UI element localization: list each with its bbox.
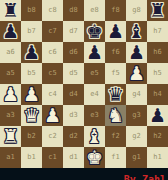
square-label: g3 [132,105,140,126]
square-e8[interactable]: e8 [84,0,105,21]
square-label: f1 [111,147,119,168]
white-rook[interactable]: ♜ [2,126,19,147]
square-c1[interactable]: c1 [42,147,63,168]
square-label: d3 [69,105,77,126]
credit-text: By Zahl [124,174,168,180]
square-h3[interactable]: ♟ [147,105,168,126]
square-label: g4 [132,84,140,105]
square-label: h7 [153,21,161,42]
square-e2[interactable]: ♝ [84,126,105,147]
square-d6[interactable]: d6 [63,42,84,63]
square-label: b2 [27,126,35,147]
square-d1[interactable]: d1 [63,147,84,168]
square-label: c1 [48,147,56,168]
square-label: h1 [153,147,161,168]
square-label: e8 [90,0,98,21]
square-g2[interactable]: g2 [126,126,147,147]
black-king[interactable]: ♚ [86,21,103,42]
square-label: b5 [27,63,35,84]
square-d2[interactable]: d2 [63,126,84,147]
square-label: g2 [132,126,140,147]
square-h5[interactable]: h5 [147,63,168,84]
square-label: d4 [69,84,77,105]
square-d3[interactable]: d3 [63,105,84,126]
black-pawn[interactable]: ♟ [107,21,124,42]
square-d7[interactable]: d7 [63,21,84,42]
black-pawn[interactable]: ♟ [2,21,19,42]
square-a5[interactable]: a5 [0,63,21,84]
white-king[interactable]: ♚ [86,147,103,168]
square-d8[interactable]: d8 [63,0,84,21]
square-g7[interactable]: ♝ [126,21,147,42]
square-label: d1 [69,147,77,168]
square-c7[interactable]: c7 [42,21,63,42]
square-label: g8 [132,0,140,21]
square-e4[interactable]: e4 [84,84,105,105]
white-pawn[interactable]: ♟ [2,84,19,105]
square-a6[interactable]: a6 [0,42,21,63]
square-a4[interactable]: ♟ [0,84,21,105]
black-queen[interactable]: ♛ [107,84,124,105]
square-label: g1 [132,147,140,168]
square-a7[interactable]: ♟ [0,21,21,42]
square-label: e5 [90,63,98,84]
black-pawn[interactable]: ♟ [128,42,145,63]
square-label: b1 [27,147,35,168]
square-b2[interactable]: b2 [21,126,42,147]
square-h4[interactable]: h4 [147,84,168,105]
square-f6[interactable]: f6 [105,42,126,63]
square-label: c5 [48,63,56,84]
white-bishop[interactable]: ♝ [86,126,103,147]
square-c6[interactable]: c6 [42,42,63,63]
square-c5[interactable]: c5 [42,63,63,84]
square-e1[interactable]: ♚ [84,147,105,168]
black-rook[interactable]: ♜ [2,0,19,21]
square-c8[interactable]: c8 [42,0,63,21]
square-g1[interactable]: g1 [126,147,147,168]
black-rook[interactable]: ♜ [149,0,166,21]
square-b6[interactable]: ♟ [21,42,42,63]
square-b8[interactable]: b8 [21,0,42,21]
square-g8[interactable]: g8 [126,0,147,21]
square-b5[interactable]: b5 [21,63,42,84]
credit-bar: By Zahl [0,168,168,180]
white-knight[interactable]: ♞ [107,105,124,126]
square-f3[interactable]: ♞ [105,105,126,126]
square-f8[interactable]: f8 [105,0,126,21]
square-label: a1 [6,147,14,168]
square-d5[interactable]: d5 [63,63,84,84]
black-pawn[interactable]: ♟ [149,105,166,126]
square-label: c7 [48,21,56,42]
square-f2[interactable]: f2 [105,126,126,147]
square-label: h4 [153,84,161,105]
square-b7[interactable]: b7 [21,21,42,42]
square-label: b8 [27,0,35,21]
square-c3[interactable]: ♟ [42,105,63,126]
square-label: d2 [69,126,77,147]
square-g6[interactable]: ♟ [126,42,147,63]
square-label: a5 [6,63,14,84]
square-label: c4 [48,84,56,105]
square-h8[interactable]: ♜ [147,0,168,21]
white-pawn[interactable]: ♟ [44,105,61,126]
square-label: f8 [111,0,119,21]
square-h7[interactable]: h7 [147,21,168,42]
square-label: c2 [48,126,56,147]
white-pawn[interactable]: ♟ [128,63,145,84]
square-label: h2 [153,126,161,147]
square-h2[interactable]: h2 [147,126,168,147]
square-label: d5 [69,63,77,84]
square-label: e3 [90,105,98,126]
square-label: d8 [69,0,77,21]
square-c4[interactable]: c4 [42,84,63,105]
square-a2[interactable]: ♜ [0,126,21,147]
square-e7[interactable]: ♚ [84,21,105,42]
black-bishop[interactable]: ♝ [128,21,145,42]
black-pawn[interactable]: ♟ [23,42,40,63]
white-pawn[interactable]: ♟ [23,84,40,105]
square-e5[interactable]: e5 [84,63,105,84]
square-label: f6 [111,42,119,63]
square-h6[interactable]: h6 [147,42,168,63]
square-e6[interactable]: ♟ [84,42,105,63]
square-d4[interactable]: d4 [63,84,84,105]
square-g3[interactable]: g3 [126,105,147,126]
square-b3[interactable]: ♛ [21,105,42,126]
square-e3[interactable]: e3 [84,105,105,126]
square-label: f5 [111,63,119,84]
square-g5[interactable]: ♟ [126,63,147,84]
square-label: d6 [69,42,77,63]
square-a3[interactable]: a3 [0,105,21,126]
square-a8[interactable]: ♜ [0,0,21,21]
square-c2[interactable]: c2 [42,126,63,147]
square-label: a3 [6,105,14,126]
square-f5[interactable]: f5 [105,63,126,84]
square-label: e4 [90,84,98,105]
square-label: c6 [48,42,56,63]
square-f1[interactable]: f1 [105,147,126,168]
white-queen[interactable]: ♛ [23,105,40,126]
square-f4[interactable]: ♛ [105,84,126,105]
square-label: h6 [153,42,161,63]
square-label: d7 [69,21,77,42]
square-b4[interactable]: ♟ [21,84,42,105]
square-label: f2 [111,126,119,147]
square-label: c8 [48,0,56,21]
square-b1[interactable]: b1 [21,147,42,168]
square-f7[interactable]: ♟ [105,21,126,42]
black-pawn[interactable]: ♟ [86,42,103,63]
square-label: a6 [6,42,14,63]
square-label: b7 [27,21,35,42]
square-g4[interactable]: g4 [126,84,147,105]
square-h1[interactable]: h1 [147,147,168,168]
chess-board: ♜b8c8d8e8f8g8♜♟b7c7d7♚♟♝h7a6♟c6d6♟f6♟h6a… [0,0,168,168]
square-label: h5 [153,63,161,84]
square-a1[interactable]: a1 [0,147,21,168]
